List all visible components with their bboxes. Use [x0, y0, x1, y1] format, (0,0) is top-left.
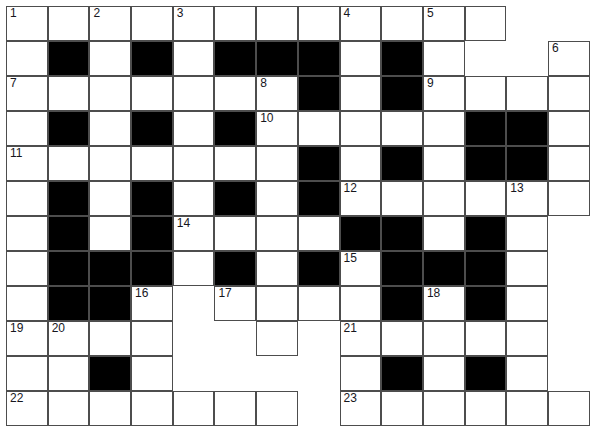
cell-r1c5[interactable]: 3 — [173, 6, 215, 41]
block-cell-r5c8 — [298, 146, 340, 181]
block-cell-r11c10 — [381, 356, 423, 391]
block-cell-r2c6 — [214, 41, 256, 76]
cell-r2c11[interactable] — [423, 41, 465, 76]
cell-r4c14[interactable] — [548, 111, 590, 146]
cell-r4c10[interactable] — [381, 111, 423, 146]
cell-r4c3[interactable] — [89, 111, 131, 146]
block-cell-r4c12 — [465, 111, 507, 146]
cell-r10c1[interactable]: 19 — [6, 321, 48, 356]
clue-number-6: 6 — [552, 42, 559, 55]
cell-r7c13[interactable] — [506, 216, 548, 251]
cell-r5c2[interactable] — [48, 146, 90, 181]
cell-r3c1[interactable]: 7 — [6, 76, 48, 111]
cell-r1c8[interactable] — [298, 6, 340, 41]
cell-r9c6[interactable]: 17 — [214, 286, 256, 321]
no-cell-r11c7 — [256, 356, 298, 391]
no-cell-r12c8 — [298, 391, 340, 426]
block-cell-r2c10 — [381, 41, 423, 76]
cell-r3c14[interactable] — [548, 76, 590, 111]
block-cell-r9c10 — [381, 286, 423, 321]
clue-number-23: 23 — [344, 392, 357, 405]
clue-number-10: 10 — [260, 112, 273, 125]
cell-r3c13[interactable] — [506, 76, 548, 111]
cell-r6c10[interactable] — [381, 181, 423, 216]
block-cell-r7c12 — [465, 216, 507, 251]
block-cell-r8c3 — [89, 251, 131, 286]
cell-r4c8[interactable] — [298, 111, 340, 146]
cell-r1c4[interactable] — [131, 6, 173, 41]
clue-number-15: 15 — [344, 252, 357, 265]
block-cell-r6c4 — [131, 181, 173, 216]
block-cell-r5c12 — [465, 146, 507, 181]
cell-r8c5[interactable] — [173, 251, 215, 286]
cell-r5c14[interactable] — [548, 146, 590, 181]
cell-r9c7[interactable] — [256, 286, 298, 321]
cell-r9c11[interactable]: 18 — [423, 286, 465, 321]
block-cell-r7c10 — [381, 216, 423, 251]
no-cell-r1c13 — [506, 6, 548, 41]
clue-number-5: 5 — [427, 7, 434, 20]
cell-r10c4[interactable] — [131, 321, 173, 356]
cell-r5c1[interactable]: 11 — [6, 146, 48, 181]
cell-r5c6[interactable] — [214, 146, 256, 181]
cell-r4c7[interactable]: 10 — [256, 111, 298, 146]
block-cell-r11c12 — [465, 356, 507, 391]
block-cell-r9c3 — [89, 286, 131, 321]
cell-r11c2[interactable] — [48, 356, 90, 391]
clue-number-18: 18 — [427, 287, 440, 300]
cell-r6c1[interactable] — [6, 181, 48, 216]
cell-r10c13[interactable] — [506, 321, 548, 356]
cell-r7c11[interactable] — [423, 216, 465, 251]
block-cell-r3c10 — [381, 76, 423, 111]
block-cell-r2c7 — [256, 41, 298, 76]
clue-number-3: 3 — [177, 7, 184, 20]
cell-r10c2[interactable]: 20 — [48, 321, 90, 356]
cell-r10c9[interactable]: 21 — [340, 321, 382, 356]
cell-r12c1[interactable]: 22 — [6, 391, 48, 426]
block-cell-r7c9 — [340, 216, 382, 251]
cell-r1c6[interactable] — [214, 6, 256, 41]
cell-r6c14[interactable] — [548, 181, 590, 216]
cell-r7c8[interactable] — [298, 216, 340, 251]
cell-r7c3[interactable] — [89, 216, 131, 251]
cell-r5c11[interactable] — [423, 146, 465, 181]
cell-r6c9[interactable]: 12 — [340, 181, 382, 216]
no-cell-r10c8 — [298, 321, 340, 356]
cell-r3c9[interactable] — [340, 76, 382, 111]
block-cell-r7c4 — [131, 216, 173, 251]
clue-number-11: 11 — [10, 147, 22, 160]
block-cell-r2c2 — [48, 41, 90, 76]
cell-r12c4[interactable] — [131, 391, 173, 426]
block-cell-r6c2 — [48, 181, 90, 216]
no-cell-r11c8 — [298, 356, 340, 391]
cell-r4c11[interactable] — [423, 111, 465, 146]
cell-r8c9[interactable]: 15 — [340, 251, 382, 286]
cell-r12c2[interactable] — [48, 391, 90, 426]
block-cell-r11c3 — [89, 356, 131, 391]
no-cell-r7c14 — [548, 216, 590, 251]
no-cell-r11c14 — [548, 356, 590, 391]
clue-number-9: 9 — [427, 77, 434, 90]
no-cell-r10c14 — [548, 321, 590, 356]
cell-r2c5[interactable] — [173, 41, 215, 76]
block-cell-r8c4 — [131, 251, 173, 286]
cell-r9c8[interactable] — [298, 286, 340, 321]
no-cell-r11c6 — [214, 356, 256, 391]
cell-r3c7[interactable]: 8 — [256, 76, 298, 111]
no-cell-r1c14 — [548, 6, 590, 41]
cell-r12c12[interactable] — [465, 391, 507, 426]
block-cell-r8c11 — [423, 251, 465, 286]
cell-r12c9[interactable]: 23 — [340, 391, 382, 426]
block-cell-r7c2 — [48, 216, 90, 251]
cell-r11c1[interactable] — [6, 356, 48, 391]
clue-number-13: 13 — [510, 182, 523, 195]
cell-r3c4[interactable] — [131, 76, 173, 111]
block-cell-r4c2 — [48, 111, 90, 146]
cell-r8c7[interactable] — [256, 251, 298, 286]
cell-r12c11[interactable] — [423, 391, 465, 426]
cell-r9c9[interactable] — [340, 286, 382, 321]
cell-r11c11[interactable] — [423, 356, 465, 391]
cell-r6c3[interactable] — [89, 181, 131, 216]
cell-r2c3[interactable] — [89, 41, 131, 76]
no-cell-r2c13 — [506, 41, 548, 76]
cell-r2c9[interactable] — [340, 41, 382, 76]
cell-r10c12[interactable] — [465, 321, 507, 356]
cell-r5c7[interactable] — [256, 146, 298, 181]
cell-r2c14[interactable]: 6 — [548, 41, 590, 76]
cell-r1c7[interactable] — [256, 6, 298, 41]
cell-r6c11[interactable] — [423, 181, 465, 216]
block-cell-r8c2 — [48, 251, 90, 286]
cell-r6c7[interactable] — [256, 181, 298, 216]
cell-r12c10[interactable] — [381, 391, 423, 426]
cell-r9c1[interactable] — [6, 286, 48, 321]
clue-number-7: 7 — [10, 77, 17, 90]
cell-r5c9[interactable] — [340, 146, 382, 181]
cell-r8c13[interactable] — [506, 251, 548, 286]
cell-r4c9[interactable] — [340, 111, 382, 146]
no-cell-r10c5 — [173, 321, 215, 356]
no-cell-r11c5 — [173, 356, 215, 391]
cell-r1c10[interactable] — [381, 6, 423, 41]
cell-r1c12[interactable] — [465, 6, 507, 41]
clue-number-21: 21 — [344, 322, 357, 335]
cell-r1c1[interactable]: 1 — [6, 6, 48, 41]
cell-r4c1[interactable] — [6, 111, 48, 146]
cell-r3c2[interactable] — [48, 76, 90, 111]
cell-r10c11[interactable] — [423, 321, 465, 356]
no-cell-r9c14 — [548, 286, 590, 321]
cell-r12c3[interactable] — [89, 391, 131, 426]
block-cell-r6c8 — [298, 181, 340, 216]
block-cell-r2c4 — [131, 41, 173, 76]
cell-r11c9[interactable] — [340, 356, 382, 391]
cell-r12c5[interactable] — [173, 391, 215, 426]
cell-r11c4[interactable] — [131, 356, 173, 391]
block-cell-r5c13 — [506, 146, 548, 181]
clue-number-8: 8 — [260, 77, 267, 90]
block-cell-r2c8 — [298, 41, 340, 76]
no-cell-r2c12 — [465, 41, 507, 76]
cell-r1c11[interactable]: 5 — [423, 6, 465, 41]
block-cell-r9c12 — [465, 286, 507, 321]
cell-r6c12[interactable] — [465, 181, 507, 216]
block-cell-r4c13 — [506, 111, 548, 146]
no-cell-r8c14 — [548, 251, 590, 286]
clue-number-1: 1 — [10, 7, 17, 20]
cell-r1c9[interactable]: 4 — [340, 6, 382, 41]
block-cell-r5c10 — [381, 146, 423, 181]
no-cell-r10c6 — [214, 321, 256, 356]
clue-number-16: 16 — [135, 287, 148, 300]
block-cell-r9c2 — [48, 286, 90, 321]
cell-r7c6[interactable] — [214, 216, 256, 251]
clue-number-14: 14 — [177, 217, 190, 230]
cell-r1c2[interactable] — [48, 6, 90, 41]
cell-r10c3[interactable] — [89, 321, 131, 356]
cell-r6c13[interactable]: 13 — [506, 181, 548, 216]
cell-r12c6[interactable] — [214, 391, 256, 426]
cell-r3c5[interactable] — [173, 76, 215, 111]
clue-number-20: 20 — [52, 322, 65, 335]
cell-r5c4[interactable] — [131, 146, 173, 181]
cell-r4c5[interactable] — [173, 111, 215, 146]
cell-r3c11[interactable]: 9 — [423, 76, 465, 111]
clue-number-22: 22 — [10, 392, 23, 405]
clue-number-2: 2 — [93, 7, 100, 20]
no-cell-r9c5 — [173, 286, 215, 321]
cell-r5c3[interactable] — [89, 146, 131, 181]
cell-r3c12[interactable] — [465, 76, 507, 111]
crossword-grid: 1234567891011121314151617181920212223 — [6, 6, 590, 426]
cell-r7c5[interactable]: 14 — [173, 216, 215, 251]
cell-r8c1[interactable] — [6, 251, 48, 286]
cell-r12c7[interactable] — [256, 391, 298, 426]
cell-r3c6[interactable] — [214, 76, 256, 111]
cell-r10c7[interactable] — [256, 321, 298, 356]
clue-number-17: 17 — [218, 287, 231, 300]
block-cell-r4c4 — [131, 111, 173, 146]
cell-r10c10[interactable] — [381, 321, 423, 356]
block-cell-r8c6 — [214, 251, 256, 286]
cell-r12c13[interactable] — [506, 391, 548, 426]
clue-number-4: 4 — [344, 7, 351, 20]
cell-r9c4[interactable]: 16 — [131, 286, 173, 321]
block-cell-r6c6 — [214, 181, 256, 216]
block-cell-r4c6 — [214, 111, 256, 146]
cell-r7c1[interactable] — [6, 216, 48, 251]
clue-number-19: 19 — [10, 322, 23, 335]
block-cell-r8c10 — [381, 251, 423, 286]
cell-r2c1[interactable] — [6, 41, 48, 76]
cell-r3c3[interactable] — [89, 76, 131, 111]
block-cell-r8c12 — [465, 251, 507, 286]
cell-r6c5[interactable] — [173, 181, 215, 216]
clue-number-12: 12 — [344, 182, 357, 195]
cell-r5c5[interactable] — [173, 146, 215, 181]
cell-r12c14[interactable] — [548, 391, 590, 426]
block-cell-r3c8 — [298, 76, 340, 111]
cell-r7c7[interactable] — [256, 216, 298, 251]
cell-r11c13[interactable] — [506, 356, 548, 391]
block-cell-r8c8 — [298, 251, 340, 286]
cell-r9c13[interactable] — [506, 286, 548, 321]
cell-r1c3[interactable]: 2 — [89, 6, 131, 41]
